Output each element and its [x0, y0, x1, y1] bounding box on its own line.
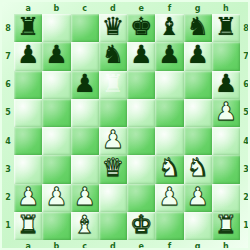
- rank-labels-right: 87654321: [240, 14, 250, 240]
- square-g3[interactable]: ♞: [184, 155, 212, 183]
- piece-white-pawn[interactable]: ♟: [158, 183, 180, 211]
- file-label-bottom-f: f: [155, 240, 183, 250]
- file-label-bottom-g: g: [184, 240, 212, 250]
- piece-white-pawn[interactable]: ♟: [73, 183, 95, 211]
- file-label-bottom-e: e: [127, 240, 155, 250]
- piece-black-pawn[interactable]: ♟: [158, 41, 180, 69]
- piece-black-king[interactable]: ♚: [130, 13, 152, 41]
- square-a3[interactable]: [14, 155, 42, 183]
- square-a5[interactable]: [14, 99, 42, 127]
- file-label-bottom-h: h: [212, 240, 240, 250]
- square-g6[interactable]: [184, 71, 212, 99]
- square-a4[interactable]: [14, 127, 42, 155]
- ghost-white-rook: ♜: [102, 70, 124, 98]
- square-g5[interactable]: [184, 99, 212, 127]
- rank-label-right-4: 4: [240, 127, 250, 155]
- piece-black-knight[interactable]: ♞: [186, 13, 208, 41]
- square-c7[interactable]: [71, 42, 99, 70]
- square-d3[interactable]: ♛: [99, 155, 127, 183]
- piece-white-queen[interactable]: ♛: [102, 154, 124, 182]
- square-h6[interactable]: ♟: [212, 71, 240, 99]
- square-b7[interactable]: ♟: [42, 42, 70, 70]
- piece-black-pawn[interactable]: ♟: [45, 41, 67, 69]
- square-b6[interactable]: [42, 71, 70, 99]
- piece-white-knight[interactable]: ♞: [186, 154, 208, 182]
- rank-label-left-8: 8: [2, 14, 14, 42]
- square-f2[interactable]: ♟: [155, 184, 183, 212]
- square-g7[interactable]: ♟: [184, 42, 212, 70]
- rank-label-right-1: 1: [240, 212, 250, 240]
- piece-white-pawn[interactable]: ♟: [102, 126, 124, 154]
- square-b5[interactable]: [42, 99, 70, 127]
- square-c5[interactable]: [71, 99, 99, 127]
- file-label-bottom-c: c: [71, 240, 99, 250]
- rank-label-right-3: 3: [240, 155, 250, 183]
- chess-board-screenshot: abcdefgh abcdefgh 87654321 87654321 ♜♛♚♝…: [0, 0, 250, 250]
- square-a6[interactable]: [14, 71, 42, 99]
- square-c6[interactable]: ♟: [71, 71, 99, 99]
- square-g2[interactable]: ♟: [184, 184, 212, 212]
- square-c4[interactable]: [71, 127, 99, 155]
- square-c3[interactable]: [71, 155, 99, 183]
- square-d7[interactable]: ♞: [99, 42, 127, 70]
- square-h3[interactable]: [212, 155, 240, 183]
- piece-black-pawn[interactable]: ♟: [215, 70, 237, 98]
- square-f3[interactable]: ♞: [155, 155, 183, 183]
- square-d1[interactable]: [99, 212, 127, 240]
- square-h1[interactable]: ♜: [212, 212, 240, 240]
- square-b2[interactable]: ♟: [42, 184, 70, 212]
- rank-label-left-1: 1: [2, 212, 14, 240]
- rank-label-right-7: 7: [240, 42, 250, 70]
- file-label-top-c: c: [71, 2, 99, 14]
- rank-label-right-2: 2: [240, 184, 250, 212]
- piece-black-rook[interactable]: ♜: [17, 13, 39, 41]
- square-h4[interactable]: [212, 127, 240, 155]
- square-b3[interactable]: [42, 155, 70, 183]
- square-b1[interactable]: [42, 212, 70, 240]
- piece-black-pawn[interactable]: ♟: [186, 41, 208, 69]
- square-f5[interactable]: [155, 99, 183, 127]
- piece-black-knight[interactable]: ♞: [102, 41, 124, 69]
- square-h5[interactable]: ♟: [212, 99, 240, 127]
- square-h8[interactable]: ♜: [212, 14, 240, 42]
- piece-white-pawn[interactable]: ♟: [186, 183, 208, 211]
- square-d5[interactable]: [99, 99, 127, 127]
- file-label-bottom-b: b: [42, 240, 70, 250]
- square-g1[interactable]: [184, 212, 212, 240]
- square-e5[interactable]: [127, 99, 155, 127]
- piece-black-queen[interactable]: ♛: [102, 13, 124, 41]
- square-e1[interactable]: ♚: [127, 212, 155, 240]
- square-c1[interactable]: ♝: [71, 212, 99, 240]
- piece-white-knight[interactable]: ♞: [158, 154, 180, 182]
- square-f7[interactable]: ♟: [155, 42, 183, 70]
- square-c2[interactable]: ♟: [71, 184, 99, 212]
- piece-white-rook[interactable]: ♜: [215, 211, 237, 239]
- square-b8[interactable]: [42, 14, 70, 42]
- rank-label-left-5: 5: [2, 99, 14, 127]
- rank-label-right-6: 6: [240, 71, 250, 99]
- file-label-bottom-a: a: [14, 240, 42, 250]
- rank-label-left-3: 3: [2, 155, 14, 183]
- square-g4[interactable]: [184, 127, 212, 155]
- square-f1[interactable]: [155, 212, 183, 240]
- square-d2[interactable]: [99, 184, 127, 212]
- piece-white-rook[interactable]: ♜: [17, 211, 39, 239]
- piece-white-pawn[interactable]: ♟: [215, 98, 237, 126]
- square-h2[interactable]: [212, 184, 240, 212]
- square-a8[interactable]: ♜: [14, 14, 42, 42]
- square-e2[interactable]: [127, 184, 155, 212]
- square-f6[interactable]: [155, 71, 183, 99]
- square-d8[interactable]: ♛: [99, 14, 127, 42]
- rank-label-left-4: 4: [2, 127, 14, 155]
- square-e3[interactable]: [127, 155, 155, 183]
- square-g8[interactable]: ♞: [184, 14, 212, 42]
- square-e7[interactable]: ♟: [127, 42, 155, 70]
- rank-labels-left: 87654321: [2, 14, 14, 240]
- rank-label-left-2: 2: [2, 184, 14, 212]
- square-e4[interactable]: [127, 127, 155, 155]
- piece-white-bishop[interactable]: ♝: [73, 211, 95, 239]
- piece-black-pawn[interactable]: ♟: [73, 70, 95, 98]
- file-label-top-b: b: [42, 2, 70, 14]
- square-a7[interactable]: ♟: [14, 42, 42, 70]
- square-a2[interactable]: ♟: [14, 184, 42, 212]
- piece-black-rook[interactable]: ♜: [215, 13, 237, 41]
- file-labels-bottom: abcdefgh: [14, 240, 240, 250]
- square-h7[interactable]: [212, 42, 240, 70]
- square-f8[interactable]: ♝: [155, 14, 183, 42]
- square-b4[interactable]: [42, 127, 70, 155]
- square-c8[interactable]: [71, 14, 99, 42]
- rank-label-right-8: 8: [240, 14, 250, 42]
- rank-label-left-6: 6: [2, 71, 14, 99]
- square-f4[interactable]: [155, 127, 183, 155]
- file-label-bottom-d: d: [99, 240, 127, 250]
- square-a1[interactable]: ♜: [14, 212, 42, 240]
- square-d6[interactable]: ♜: [99, 71, 127, 99]
- square-e8[interactable]: ♚: [127, 14, 155, 42]
- piece-white-pawn[interactable]: ♟: [45, 183, 67, 211]
- rank-label-right-5: 5: [240, 99, 250, 127]
- rank-label-left-7: 7: [2, 42, 14, 70]
- square-e6[interactable]: [127, 71, 155, 99]
- chess-board: ♜♛♚♝♞♜♟♟♞♟♟♟♟♜♟♟♟♛♞♞♟♟♟♟♟♜♝♚♜: [14, 14, 240, 240]
- square-d4[interactable]: ♟: [99, 127, 127, 155]
- piece-black-pawn[interactable]: ♟: [130, 41, 152, 69]
- piece-black-pawn[interactable]: ♟: [17, 41, 39, 69]
- piece-white-pawn[interactable]: ♟: [17, 183, 39, 211]
- piece-white-king[interactable]: ♚: [130, 211, 152, 239]
- piece-black-bishop[interactable]: ♝: [158, 13, 180, 41]
